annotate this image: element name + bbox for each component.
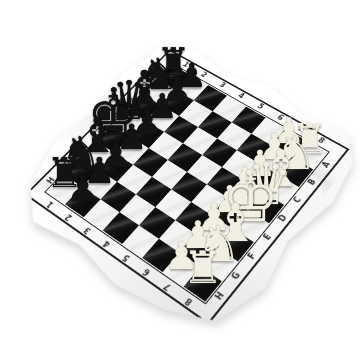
vinyl-mat: AA11BB22CC33DD44EE55FF66GG77HH88: [0, 30, 360, 355]
chess-set-photo: AA11BB22CC33DD44EE55FF66GG77HH88 ♜♞♝♛♚♝♞…: [0, 0, 360, 360]
mat-perspective-wrap: AA11BB22CC33DD44EE55FF66GG77HH88: [0, 30, 360, 355]
mat-shadow-layer: AA11BB22CC33DD44EE55FF66GG77HH88: [0, 0, 360, 360]
chess-board: [47, 65, 327, 302]
